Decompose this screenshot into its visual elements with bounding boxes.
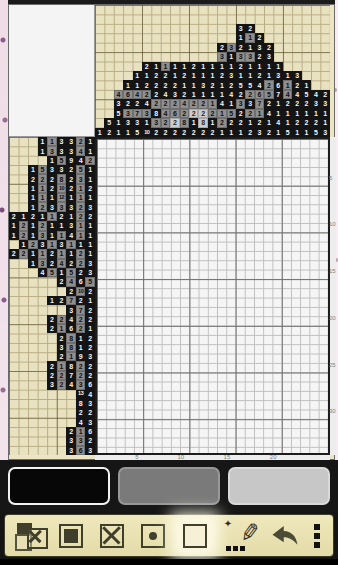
col-clue-cell: 2 xyxy=(180,109,189,118)
row-clue-cell: 2 xyxy=(76,408,86,417)
row-clue-cell: 3 xyxy=(57,240,67,249)
col-clue-cell: 1 xyxy=(236,33,245,42)
col-clue-cell: 3 xyxy=(264,52,273,61)
row-clue-cell: 1 xyxy=(38,146,48,155)
row-clue-cell: 6 xyxy=(76,277,86,286)
row-index-label: 15 xyxy=(329,268,336,274)
row-clue-cell: 2 xyxy=(9,249,19,258)
row-clue-cell: 1 xyxy=(38,193,48,202)
col-clue-cell: 1 xyxy=(180,80,189,89)
col-clue-cell: 1 xyxy=(189,90,198,99)
col-clue-cell: 4 xyxy=(264,109,273,118)
row-clue-cell: 2 xyxy=(85,371,95,380)
col-clue-cell: 1 xyxy=(189,118,198,127)
col-clue-cell: 3 xyxy=(227,43,236,52)
row-index-label: 25 xyxy=(329,362,336,368)
col-clue-cell: 1 xyxy=(170,62,179,71)
row-clue-cell: 3 xyxy=(57,165,67,174)
row-clue-cell: 2 xyxy=(28,174,38,183)
row-clue-cell: 1 xyxy=(28,249,38,258)
col-clue-cell: 1 xyxy=(227,62,236,71)
col-clue-cell: 2 xyxy=(321,90,330,99)
col-clue-cell: 1 xyxy=(245,71,254,80)
row-clue-cell: 1 xyxy=(57,268,67,277)
col-clue-cell: 2 xyxy=(161,128,170,137)
row-clue-cell: 3 xyxy=(76,380,86,389)
col-clue-cell: 1 xyxy=(198,62,207,71)
col-clue-cell: 2 xyxy=(255,33,264,42)
col-clue-cell: 2 xyxy=(236,62,245,71)
col-clue-cell: 2 xyxy=(245,90,254,99)
row-clue-cell: 3 xyxy=(57,146,67,155)
col-clue-cell: 4 xyxy=(274,118,283,127)
col-clue-cell: 8 xyxy=(198,118,207,127)
col-clue-cell: 2 xyxy=(311,118,320,127)
overflow-menu-button[interactable] xyxy=(311,521,323,551)
col-clue-cell: 1 xyxy=(208,90,217,99)
undo-arrow-icon xyxy=(270,523,300,549)
row-clue-cell: 2 xyxy=(47,184,57,193)
col-clue-cell: 2 xyxy=(292,99,301,108)
magic-pencil-button[interactable]: ✦✎ xyxy=(221,521,259,551)
col-clue-cell: 1 xyxy=(264,71,273,80)
dot-square-icon xyxy=(141,524,165,548)
col-clue-cell: 1 xyxy=(283,118,292,127)
col-clue-cell: 1 xyxy=(255,109,264,118)
combo-mode-button[interactable] xyxy=(15,521,45,551)
row-clue-cell: 1 xyxy=(28,202,38,211)
row-clue-cell: 5 xyxy=(38,165,48,174)
combo-squares-icon xyxy=(15,521,45,551)
col-clue-cell: 4 xyxy=(217,99,226,108)
row-clue-cell: 1 xyxy=(85,249,95,258)
col-clue-cell: 2 xyxy=(151,90,160,99)
row-clue-cell: 1 xyxy=(66,240,76,249)
col-clue-cell: 2 xyxy=(292,80,301,89)
row-clue-cell: 3 xyxy=(66,305,76,314)
col-clue-cell: 3 xyxy=(114,99,123,108)
col-clue-cell: 2 xyxy=(180,90,189,99)
col-clue-cell: 1 xyxy=(245,33,254,42)
col-clue-cell: 5 xyxy=(311,128,320,137)
row-clue-cell: 5 xyxy=(66,268,76,277)
col-clue-cell: 3 xyxy=(245,52,254,61)
row-clue-cell: 1 xyxy=(66,212,76,221)
row-clue-cell: 3 xyxy=(38,240,48,249)
row-clue-cell: 3 xyxy=(57,137,67,146)
col-clue-cell: 1 xyxy=(292,128,301,137)
col-clue-cell: 2 xyxy=(142,90,151,99)
col-clue-cell: 1 xyxy=(302,80,311,89)
col-clue-cell: 3 xyxy=(236,52,245,61)
col-clue-cell: 1 xyxy=(208,62,217,71)
col-clue-cell: 2 xyxy=(189,99,198,108)
col-clue-cell: 1 xyxy=(264,118,273,127)
col-clue-cell: 4 xyxy=(114,90,123,99)
row-clue-cell: 8 xyxy=(66,361,76,370)
row-clue-cell: 1 xyxy=(76,240,86,249)
col-clue-cell: 1 xyxy=(189,71,198,80)
col-clue-cell: 1 xyxy=(217,109,226,118)
col-clue-cell: 1 xyxy=(321,109,330,118)
row-clue-cell: 1 xyxy=(66,249,76,258)
mark-x-tool-button[interactable] xyxy=(97,521,127,551)
col-clue-cell: 2 xyxy=(123,99,132,108)
col-clue-cell: 2 xyxy=(161,118,170,127)
row-clue-cell: 2 xyxy=(66,427,76,436)
col-clue-cell: 2 xyxy=(170,118,179,127)
col-clue-cell: 1 xyxy=(292,109,301,118)
row-clue-cell: 2 xyxy=(9,212,19,221)
row-clue-cell: 2 xyxy=(85,361,95,370)
col-clue-cell: 1 xyxy=(264,62,273,71)
col-clue-cell: 6 xyxy=(255,90,264,99)
row-clue-cell: 1 xyxy=(47,221,57,230)
row-clue-cell: 5 xyxy=(85,277,95,286)
col-clue-cell: 5 xyxy=(236,80,245,89)
row-index-label: 20 xyxy=(329,315,336,321)
palette-swatch-gray[interactable] xyxy=(118,467,220,505)
row-clue-cell: 3 xyxy=(57,343,67,352)
col-clue-cell: 2 xyxy=(302,99,311,108)
row-clue-cell: 1 xyxy=(85,146,95,155)
col-clue-cell: 2 xyxy=(292,118,301,127)
col-clue-cell: 3 xyxy=(142,109,151,118)
col-clue-cell: 1 xyxy=(236,128,245,137)
col-clue-cell: 1 xyxy=(217,90,226,99)
col-clue-cell: 1 xyxy=(123,80,132,89)
row-clue-cell: 2 xyxy=(57,380,67,389)
col-clue-cell: 2 xyxy=(264,80,273,89)
row-clue-cell: 2 xyxy=(66,165,76,174)
row-clue-cell: 2 xyxy=(76,202,86,211)
col-clue-cell: 2 xyxy=(189,109,198,118)
col-clue-cell: 1 xyxy=(245,62,254,71)
col-clue-cell: 3 xyxy=(170,90,179,99)
row-clue-cell: 3 xyxy=(85,399,95,408)
row-clue-cell: 2 xyxy=(85,212,95,221)
palette-swatch-black[interactable] xyxy=(8,467,110,505)
col-clue-cell: 3 xyxy=(198,80,207,89)
col-clue-cell: 1 xyxy=(274,62,283,71)
row-clue-cell: 2 xyxy=(76,212,86,221)
row-clue-cell: 1 xyxy=(76,333,86,342)
col-clue-cell: 1 xyxy=(302,128,311,137)
row-clue-cell: 2 xyxy=(66,174,76,183)
col-clue-cell: 1 xyxy=(198,90,207,99)
row-clue-cell: 8 xyxy=(76,399,86,408)
row-index-label: 30 xyxy=(329,408,336,414)
row-clue-cell: 2 xyxy=(57,277,67,286)
col-clue-cell: 3 xyxy=(274,71,283,80)
filled-square-icon xyxy=(59,524,83,548)
col-clue-cell: 2 xyxy=(142,62,151,71)
col-clue-cell: 1 xyxy=(208,71,217,80)
row-clue-cell: 2 xyxy=(47,371,57,380)
col-clue-cell: 2 xyxy=(151,99,160,108)
row-clue-cell: 10 xyxy=(57,184,67,193)
col-clue-cell: 2 xyxy=(133,99,142,108)
col-clue-cell: 3 xyxy=(123,109,132,118)
row-clue-cell: 4 xyxy=(76,156,86,165)
col-clue-cell: 1 xyxy=(133,71,142,80)
row-clue-cell: 4 xyxy=(38,268,48,277)
col-clue-cell: 4 xyxy=(133,90,142,99)
col-clue-cell: 3 xyxy=(321,128,330,137)
row-clue-cell: 3 xyxy=(66,202,76,211)
row-clue-cell: 1 xyxy=(38,249,48,258)
col-clue-cell: 2 xyxy=(151,80,160,89)
row-clue-cell: 2 xyxy=(85,436,95,445)
row-clue-cell: 2 xyxy=(76,324,86,333)
row-clue-cell: 3 xyxy=(85,259,95,268)
wallpaper-left xyxy=(0,0,8,460)
row-clue-cell: 3 xyxy=(57,202,67,211)
row-index-label: 10 xyxy=(329,221,336,227)
col-clue-cell: 8 xyxy=(180,118,189,127)
col-clue-cell: 6 xyxy=(274,80,283,89)
col-clue-cell: 2 xyxy=(198,109,207,118)
row-clue-cell: 2 xyxy=(76,371,86,380)
row-clue-cell: 2 xyxy=(57,315,67,324)
row-clue-cell: 3 xyxy=(85,352,95,361)
row-clue-cell: 2 xyxy=(85,156,95,165)
row-clue-cell: 1 xyxy=(47,296,57,305)
fill-tool-button[interactable] xyxy=(56,521,86,551)
row-clue-cell: 1 xyxy=(57,231,67,240)
row-clue-cell: 5 xyxy=(76,165,86,174)
row-clue-cell: 2 xyxy=(76,259,86,268)
col-clue-cell: 2 xyxy=(283,99,292,108)
row-clue-cell: 2 xyxy=(57,371,67,380)
row-clue-cell: 2 xyxy=(85,408,95,417)
row-clue-cell: 3 xyxy=(47,202,57,211)
col-clue-cell: 2 xyxy=(245,109,254,118)
col-clue-cell: 1 xyxy=(142,71,151,80)
row-clue-cell: 10 xyxy=(76,287,86,296)
col-clue-cell: 4 xyxy=(161,90,170,99)
col-clue-cell: 1 xyxy=(255,62,264,71)
bottom-strip xyxy=(0,559,338,565)
row-clue-cell: 1 xyxy=(85,231,95,240)
row-clue-cell: 2 xyxy=(47,249,57,258)
col-clue-cell: 2 xyxy=(180,128,189,137)
row-clue-cell: 1 xyxy=(85,165,95,174)
puzzle-grid[interactable] xyxy=(95,137,330,455)
col-clue-cell: 2 xyxy=(236,109,245,118)
row-clue-cell: 1 xyxy=(47,212,57,221)
row-index-label: 5 xyxy=(329,175,332,181)
row-clue-cell: 3 xyxy=(85,446,95,455)
col-clue-cell: 4 xyxy=(255,80,264,89)
row-clue-cell: 3 xyxy=(66,221,76,230)
row-clue-cell: 1 xyxy=(47,240,57,249)
col-clue-cell: 4 xyxy=(180,99,189,108)
row-clue-cell: 1 xyxy=(57,249,67,258)
col-clue-cell: 3 xyxy=(255,43,264,52)
col-clue-cell: 3 xyxy=(255,128,264,137)
col-clue-cell: 2 xyxy=(236,43,245,52)
color-palette-bar xyxy=(0,460,338,512)
row-clue-cell: 1 xyxy=(19,212,29,221)
col-clue-cell: 2 xyxy=(170,80,179,89)
row-clue-cell: 2 xyxy=(57,212,67,221)
row-clue-cell: 2 xyxy=(28,212,38,221)
col-clue-cell: 3 xyxy=(151,118,160,127)
row-clue-cell: 1 xyxy=(85,193,95,202)
col-clue-cell: 5 xyxy=(245,80,254,89)
row-clue-cell: 3 xyxy=(47,146,57,155)
col-clue-cell: 5 xyxy=(133,128,142,137)
row-clue-cell: 2 xyxy=(38,202,48,211)
col-clue-cell: 2 xyxy=(151,128,160,137)
col-clue-cell: 2 xyxy=(180,71,189,80)
row-clues-area: 1133211333411594215332512228231112102121… xyxy=(9,137,95,455)
col-clue-cell: 1 xyxy=(189,80,198,89)
row-clue-cell: 8 xyxy=(66,343,76,352)
col-clue-cell: 1 xyxy=(227,52,236,61)
row-clue-cell: 3 xyxy=(47,165,57,174)
row-clue-cell: 1 xyxy=(57,361,67,370)
col-clue-cell: 1 xyxy=(217,80,226,89)
col-clue-cell: 2 xyxy=(264,128,273,137)
erase-tool-button-selected[interactable] xyxy=(180,521,210,551)
row-clue-cell: 3 xyxy=(85,418,95,427)
col-clue-cell: 5 xyxy=(264,90,273,99)
row-clue-cell: 1 xyxy=(85,137,95,146)
row-clue-cell: 1 xyxy=(28,259,38,268)
col-clue-cell: 3 xyxy=(292,71,301,80)
undo-button[interactable] xyxy=(270,521,300,551)
col-clue-cell: 4 xyxy=(227,90,236,99)
row-clue-cell: 2 xyxy=(85,184,95,193)
row-clue-cell: 2 xyxy=(19,249,29,258)
row-clue-cell: 3 xyxy=(66,146,76,155)
col-clue-cell: 2 xyxy=(255,71,264,80)
col-clue-cell: 8 xyxy=(151,109,160,118)
row-clue-cell: 8 xyxy=(66,333,76,342)
row-clue-cell: 1 xyxy=(85,221,95,230)
col-clue-cell: 1 xyxy=(274,99,283,108)
row-clue-cell: 2 xyxy=(47,324,57,333)
col-clue-cell: 2 xyxy=(245,24,254,33)
row-clue-cell: 1 xyxy=(28,184,38,193)
row-clue-cell: 2 xyxy=(47,315,57,324)
col-clue-cell: 3 xyxy=(217,52,226,61)
row-clue-cell: 1 xyxy=(76,427,86,436)
column-clues-area: 1524351116233111427352122431101222283212… xyxy=(95,5,330,137)
row-clue-cell: 1 xyxy=(28,231,38,240)
row-clue-cell: 3 xyxy=(38,259,48,268)
puzzle-panel: 1524351116233111427352122431101222283212… xyxy=(8,4,335,460)
row-clue-cell: 2 xyxy=(57,333,67,342)
col-clue-cell: 2 xyxy=(189,62,198,71)
row-clue-cell: 2 xyxy=(47,361,57,370)
row-clue-cell: 1 xyxy=(85,296,95,305)
col-clue-cell: 2 xyxy=(170,128,179,137)
col-clue-cell: 3 xyxy=(321,99,330,108)
toolbar: ✦✎ xyxy=(4,514,334,557)
col-clue-cell: 1 xyxy=(302,109,311,118)
row-clue-cell: 1 xyxy=(47,137,57,146)
row-clue-cell: 1 xyxy=(19,240,29,249)
row-clue-cell: 2 xyxy=(66,287,76,296)
col-clue-cell: 10 xyxy=(142,128,151,137)
row-clue-cell: 2 xyxy=(47,174,57,183)
row-clue-cell: 2 xyxy=(57,296,67,305)
col-clue-cell: 2 xyxy=(161,99,170,108)
row-clue-cell: 4 xyxy=(66,277,76,286)
row-clue-cell: 1 xyxy=(47,156,57,165)
row-clue-cell: 2 xyxy=(85,333,95,342)
col-clue-cell: 5 xyxy=(114,109,123,118)
row-clue-cell: 5 xyxy=(57,156,67,165)
col-clue-cell: 6 xyxy=(123,90,132,99)
col-clue-cell: 2 xyxy=(236,90,245,99)
magic-pencil-icon: ✦✎ xyxy=(222,521,258,551)
row-clue-cell: 3 xyxy=(85,202,95,211)
col-clue-cell: 2 xyxy=(104,128,113,137)
col-clue-cell: 1 xyxy=(283,80,292,89)
col-clue-cell: 7 xyxy=(274,90,283,99)
row-clue-cell: 2 xyxy=(76,315,86,324)
col-clue-cell: 1 xyxy=(283,109,292,118)
col-clue-cell: 3 xyxy=(245,99,254,108)
mark-dot-tool-button[interactable] xyxy=(138,521,168,551)
col-clue-cell: 6 xyxy=(170,109,179,118)
row-clue-cell: 4 xyxy=(76,418,86,427)
row-clue-cell: 2 xyxy=(38,174,48,183)
col-clue-cell: 2 xyxy=(255,118,264,127)
col-clue-cell: 1 xyxy=(321,118,330,127)
row-clue-cell: 1 xyxy=(76,193,86,202)
row-clue-cell: 1 xyxy=(85,324,95,333)
col-clue-cell: 1 xyxy=(208,99,217,108)
col-clue-cell: 7 xyxy=(255,99,264,108)
col-clue-cell: 2 xyxy=(302,118,311,127)
empty-square-icon xyxy=(183,524,207,548)
col-clue-cell: 2 xyxy=(264,99,273,108)
row-clue-cell: 3 xyxy=(76,174,86,183)
row-clue-cell: 6 xyxy=(85,427,95,436)
col-clue-cell: 2 xyxy=(142,80,151,89)
row-clue-cell: 1 xyxy=(47,231,57,240)
col-clue-cell: 1 xyxy=(142,118,151,127)
col-clue-cell: 1 xyxy=(161,62,170,71)
col-clue-cell: 2 xyxy=(189,128,198,137)
col-clue-cell: 1 xyxy=(151,62,160,71)
row-clue-cell: 3 xyxy=(66,446,76,455)
col-clue-cell: 1 xyxy=(274,128,283,137)
row-clue-cell: 2 xyxy=(85,305,95,314)
row-clue-cell: 2 xyxy=(76,249,86,258)
col-clue-cell: 2 xyxy=(198,99,207,108)
col-clue-cell: 1 xyxy=(274,109,283,118)
palette-swatch-light-gray[interactable] xyxy=(228,467,330,505)
row-clue-cell: 5 xyxy=(47,268,57,277)
row-clue-cell: 7 xyxy=(66,296,76,305)
col-clue-cell: 1 xyxy=(311,109,320,118)
row-clue-cell: 2 xyxy=(85,287,95,296)
row-clue-cell: 1 xyxy=(76,184,86,193)
row-clue-cell: 1 xyxy=(76,221,86,230)
row-clue-cell: 1 xyxy=(57,221,67,230)
col-clue-cell: 1 xyxy=(245,43,254,52)
col-clue-cell: 2 xyxy=(170,99,179,108)
col-clue-cell: 1 xyxy=(217,62,226,71)
row-clue-cell: 3 xyxy=(66,436,76,445)
col-clue-cell: 7 xyxy=(133,109,142,118)
